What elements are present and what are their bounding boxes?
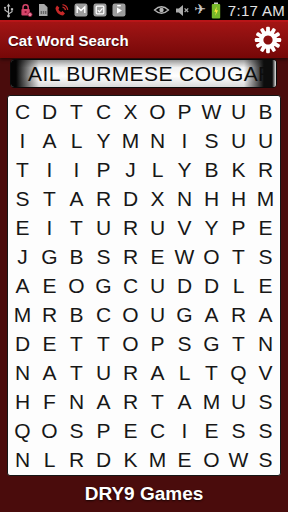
grid-cell[interactable]: S — [252, 445, 279, 474]
play-store-icon — [112, 3, 126, 17]
grid-cell[interactable]: P — [144, 329, 171, 358]
battery-charging-icon — [211, 2, 221, 19]
grid-cell[interactable]: I — [63, 155, 90, 184]
grid-cell[interactable]: A — [90, 387, 117, 416]
grid-cell[interactable]: A — [9, 271, 36, 300]
grid-cell[interactable]: D — [90, 445, 117, 474]
grid-cell[interactable]: D — [36, 97, 63, 126]
word-list-text: AIL BURMESE COUGAR C — [28, 60, 277, 87]
grid-cell[interactable]: G — [90, 271, 117, 300]
grid-cell[interactable]: E — [144, 242, 171, 271]
grid-cell[interactable]: U — [225, 126, 252, 155]
grid-cell[interactable]: X — [117, 97, 144, 126]
grid-cell[interactable]: E — [36, 271, 63, 300]
sim-card-icon — [38, 3, 49, 17]
grid-cell[interactable]: U — [90, 358, 117, 387]
grid-cell[interactable]: N — [63, 387, 90, 416]
notification-icons — [3, 3, 153, 18]
grid-cell[interactable]: V — [252, 358, 279, 387]
grid-cell[interactable]: S — [63, 416, 90, 445]
grid-cell[interactable]: A — [144, 358, 171, 387]
grid-cell[interactable]: P — [225, 213, 252, 242]
grid-cell[interactable]: T — [63, 213, 90, 242]
grid-cell[interactable]: S — [252, 387, 279, 416]
grid-cell[interactable]: R — [63, 445, 90, 474]
grid-cell[interactable]: E — [252, 213, 279, 242]
grid-cell[interactable]: K — [117, 445, 144, 474]
grid-cell[interactable]: E — [36, 329, 63, 358]
grid-cell[interactable]: L — [63, 126, 90, 155]
gmail-icon — [74, 3, 88, 17]
grid-cell[interactable]: C — [9, 97, 36, 126]
grid-cell[interactable]: E — [117, 416, 144, 445]
grid-cell[interactable]: G — [198, 329, 225, 358]
grid-cell[interactable]: B — [198, 155, 225, 184]
status-bar: ✈ 7:17 AM — [0, 0, 288, 20]
grid-cell[interactable]: E — [252, 271, 279, 300]
grid-cell[interactable]: R — [117, 358, 144, 387]
grid-cell[interactable]: Y — [171, 155, 198, 184]
grid-cell[interactable]: P — [171, 97, 198, 126]
grid-cell[interactable]: N — [144, 126, 171, 155]
eye-icon — [153, 4, 170, 16]
grid-cell[interactable]: H — [198, 184, 225, 213]
grid-cell[interactable]: J — [117, 155, 144, 184]
status-clock: 7:17 AM — [226, 2, 285, 19]
grid-cell[interactable]: D — [198, 271, 225, 300]
grid-cell[interactable]: A — [36, 126, 63, 155]
grid-cell[interactable]: T — [225, 329, 252, 358]
settings-button[interactable] — [252, 24, 284, 56]
grid-cell[interactable]: U — [144, 300, 171, 329]
grid-cell[interactable]: V — [171, 213, 198, 242]
grid-cell[interactable]: I — [9, 126, 36, 155]
grid-cell[interactable]: D — [171, 271, 198, 300]
grid-cell[interactable]: S — [171, 329, 198, 358]
footer-bar: DRY9 Games — [0, 476, 288, 512]
grid-cell[interactable]: W — [198, 97, 225, 126]
grid-cell[interactable]: R — [117, 213, 144, 242]
title-bar: Cat Word Search — [0, 20, 288, 58]
gear-icon — [253, 25, 283, 55]
grid-cell[interactable]: O — [36, 416, 63, 445]
grid-cell[interactable]: L — [36, 445, 63, 474]
grid-cell[interactable]: T — [198, 358, 225, 387]
grid-cell[interactable]: N — [171, 184, 198, 213]
grid-cell[interactable]: R — [36, 300, 63, 329]
app-title: Cat Word Search — [0, 32, 129, 49]
grid-cell[interactable]: I — [171, 126, 198, 155]
grid-cell[interactable]: U — [252, 126, 279, 155]
grid-cell[interactable]: W — [225, 445, 252, 474]
grid-cell[interactable]: Q — [9, 416, 36, 445]
grid-cell[interactable]: Q — [225, 358, 252, 387]
grid-cell[interactable]: A — [36, 358, 63, 387]
grid-cell[interactable]: S — [9, 184, 36, 213]
grid-cell[interactable]: A — [252, 300, 279, 329]
grid-cell[interactable]: P — [90, 155, 117, 184]
grid-cell[interactable]: A — [171, 387, 198, 416]
grid-cell[interactable]: S — [252, 242, 279, 271]
checkbox-icon — [93, 3, 107, 17]
grid-cell[interactable]: T — [63, 97, 90, 126]
usb-icon — [3, 3, 14, 18]
grid-cell[interactable]: D — [117, 184, 144, 213]
grid-cell[interactable]: C — [117, 271, 144, 300]
grid-cell[interactable]: E — [171, 445, 198, 474]
grid-cell[interactable]: K — [225, 155, 252, 184]
grid-cell[interactable]: R — [225, 300, 252, 329]
word-search-grid: CDTCXOPWUBIALYMNISUUTIIPJLYBKRSTARDXNHHM… — [7, 95, 281, 476]
system-status-icons: ✈ 7:17 AM — [153, 2, 285, 19]
grid-cell[interactable]: R — [90, 184, 117, 213]
grid-cell[interactable]: P — [90, 416, 117, 445]
grid-cell[interactable]: T — [63, 329, 90, 358]
grid-cell[interactable]: A — [198, 300, 225, 329]
grid-cell[interactable]: A — [63, 184, 90, 213]
grid-cell[interactable]: J — [9, 242, 36, 271]
grid-cell[interactable]: R — [117, 387, 144, 416]
grid-cell[interactable]: F — [36, 387, 63, 416]
grid-cell[interactable]: I — [36, 213, 63, 242]
grid-cell[interactable]: S — [90, 242, 117, 271]
grid-cell[interactable]: U — [90, 213, 117, 242]
grid-cell[interactable]: B — [252, 97, 279, 126]
grid-cell[interactable]: S — [252, 416, 279, 445]
missed-call-icon — [54, 3, 69, 17]
grid-cell[interactable]: B — [63, 300, 90, 329]
grid-cell[interactable]: O — [198, 445, 225, 474]
grid-cell[interactable]: E — [198, 416, 225, 445]
grid-cell[interactable]: S — [198, 126, 225, 155]
grid-cell[interactable]: L — [171, 358, 198, 387]
grid-cell[interactable]: E — [9, 213, 36, 242]
grid-cell[interactable]: O — [144, 97, 171, 126]
grid-cell[interactable]: O — [63, 271, 90, 300]
grid-cell[interactable]: M — [144, 445, 171, 474]
grid-cell[interactable]: R — [117, 242, 144, 271]
grid-cell[interactable]: U — [225, 97, 252, 126]
grid-cell[interactable]: O — [198, 242, 225, 271]
grid-cell[interactable]: U — [144, 213, 171, 242]
footer-brand: DRY9 Games — [85, 483, 204, 505]
ticker-fade-right — [244, 60, 276, 87]
grid-cell[interactable]: N — [9, 445, 36, 474]
grid-cell[interactable]: U — [225, 387, 252, 416]
grid-cell[interactable]: I — [171, 416, 198, 445]
ticker-fade-left — [11, 60, 39, 87]
grid-cell[interactable]: Y — [90, 126, 117, 155]
grid-cell[interactable]: C — [90, 300, 117, 329]
grid-cell[interactable]: T — [9, 155, 36, 184]
grid-cell[interactable]: R — [252, 155, 279, 184]
grid-cell[interactable]: L — [225, 271, 252, 300]
grid-cell[interactable]: M — [252, 184, 279, 213]
grid-cell[interactable]: O — [117, 300, 144, 329]
word-list-ticker[interactable]: AIL BURMESE COUGAR C — [10, 59, 277, 88]
grid-cell[interactable]: X — [144, 184, 171, 213]
grid-cell[interactable]: T — [225, 242, 252, 271]
grid-cell[interactable]: H — [225, 184, 252, 213]
grid-cell[interactable]: I — [36, 155, 63, 184]
grid-cell[interactable]: T — [90, 329, 117, 358]
grid-cell[interactable]: T — [144, 387, 171, 416]
app-lock-icon — [19, 3, 33, 17]
grid-cell[interactable]: S — [225, 416, 252, 445]
grid-cell[interactable]: M — [198, 387, 225, 416]
grid-cell[interactable]: N — [9, 358, 36, 387]
grid-cell[interactable]: D — [9, 329, 36, 358]
grid-cell[interactable]: B — [63, 242, 90, 271]
grid-cell[interactable]: C — [144, 416, 171, 445]
grid-cell[interactable]: G — [171, 300, 198, 329]
cat-word-search-app: { "game": "word-search", "status_bar": {… — [0, 0, 288, 512]
grid-cell[interactable]: N — [252, 329, 279, 358]
grid-cell[interactable]: H — [9, 387, 36, 416]
grid-cell[interactable]: U — [144, 271, 171, 300]
airplane-icon: ✈ — [194, 2, 206, 16]
mute-icon — [175, 4, 189, 17]
grid-cell[interactable]: L — [144, 155, 171, 184]
grid-cell[interactable]: O — [117, 329, 144, 358]
grid-cell[interactable]: Y — [198, 213, 225, 242]
grid-cell[interactable]: M — [9, 300, 36, 329]
grid-cell[interactable]: T — [63, 358, 90, 387]
grid-cell[interactable]: C — [90, 97, 117, 126]
grid-cell[interactable]: G — [36, 242, 63, 271]
grid-cell[interactable]: M — [117, 126, 144, 155]
grid-cell[interactable]: W — [171, 242, 198, 271]
grid-cell[interactable]: T — [36, 184, 63, 213]
